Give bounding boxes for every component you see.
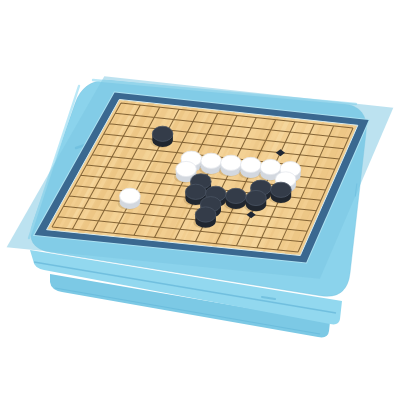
go-set-product-photo <box>0 0 400 400</box>
black-stone <box>269 182 292 204</box>
black-stone <box>244 190 267 212</box>
white-stone <box>239 157 262 179</box>
black-stone <box>150 126 173 148</box>
white-stone <box>199 153 222 175</box>
go-board-svg <box>0 0 400 400</box>
black-stone <box>224 188 247 210</box>
white-stone <box>118 188 140 210</box>
black-stone <box>193 207 216 229</box>
white-stone <box>219 155 242 177</box>
